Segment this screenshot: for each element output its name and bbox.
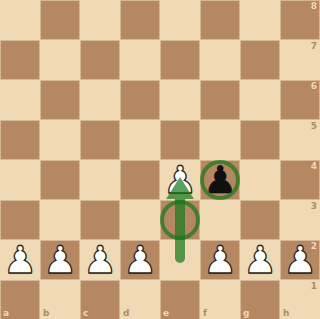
square-b8[interactable] bbox=[40, 0, 80, 40]
square-h4[interactable]: 4 bbox=[280, 160, 320, 200]
square-f6[interactable] bbox=[200, 80, 240, 120]
square-e8[interactable] bbox=[160, 0, 200, 40]
square-d8[interactable] bbox=[120, 0, 160, 40]
square-c4[interactable] bbox=[80, 160, 120, 200]
square-e3[interactable] bbox=[160, 200, 200, 240]
square-g4[interactable] bbox=[240, 160, 280, 200]
square-b1[interactable]: b bbox=[40, 280, 80, 319]
rank-label-5: 5 bbox=[311, 122, 317, 131]
square-e4[interactable]: ♟ bbox=[160, 160, 200, 200]
square-h3[interactable]: 3 bbox=[280, 200, 320, 240]
file-label-c: c bbox=[83, 309, 88, 318]
square-e5[interactable] bbox=[160, 120, 200, 160]
square-g1[interactable]: g bbox=[240, 280, 280, 319]
rank-label-3: 3 bbox=[311, 202, 317, 211]
square-a7[interactable] bbox=[0, 40, 40, 80]
square-d5[interactable] bbox=[120, 120, 160, 160]
square-g2[interactable]: ♟ bbox=[240, 240, 280, 280]
square-f3[interactable] bbox=[200, 200, 240, 240]
chess-board: 8765♟♟43♟♟♟♟♟♟2♟abcdefgh1 bbox=[0, 0, 320, 319]
square-g3[interactable] bbox=[240, 200, 280, 240]
square-h2[interactable]: 2♟ bbox=[280, 240, 320, 280]
square-a6[interactable] bbox=[0, 80, 40, 120]
square-g6[interactable] bbox=[240, 80, 280, 120]
white-pawn[interactable]: ♟ bbox=[0, 240, 40, 280]
square-c1[interactable]: c bbox=[80, 280, 120, 319]
square-f5[interactable] bbox=[200, 120, 240, 160]
square-e7[interactable] bbox=[160, 40, 200, 80]
square-e2[interactable] bbox=[160, 240, 200, 280]
square-c3[interactable] bbox=[80, 200, 120, 240]
square-f2[interactable]: ♟ bbox=[200, 240, 240, 280]
square-g5[interactable] bbox=[240, 120, 280, 160]
rank-label-6: 6 bbox=[311, 82, 317, 91]
square-a1[interactable]: a bbox=[0, 280, 40, 319]
square-b3[interactable] bbox=[40, 200, 80, 240]
square-a2[interactable]: ♟ bbox=[0, 240, 40, 280]
rank-label-1: 1 bbox=[311, 282, 317, 291]
square-a5[interactable] bbox=[0, 120, 40, 160]
square-b2[interactable]: ♟ bbox=[40, 240, 80, 280]
white-pawn[interactable]: ♟ bbox=[240, 240, 280, 280]
white-pawn[interactable]: ♟ bbox=[200, 240, 240, 280]
square-f1[interactable]: f bbox=[200, 280, 240, 319]
file-label-e: e bbox=[163, 309, 169, 318]
square-d6[interactable] bbox=[120, 80, 160, 120]
white-pawn[interactable]: ♟ bbox=[120, 240, 160, 280]
square-f4[interactable]: ♟ bbox=[200, 160, 240, 200]
rank-label-4: 4 bbox=[311, 162, 317, 171]
file-label-f: f bbox=[203, 309, 207, 318]
square-c8[interactable] bbox=[80, 0, 120, 40]
rank-label-8: 8 bbox=[311, 2, 317, 11]
white-pawn[interactable]: ♟ bbox=[280, 240, 320, 280]
black-pawn[interactable]: ♟ bbox=[200, 160, 240, 200]
file-label-d: d bbox=[123, 309, 129, 318]
square-e1[interactable]: e bbox=[160, 280, 200, 319]
square-b7[interactable] bbox=[40, 40, 80, 80]
square-a8[interactable] bbox=[0, 0, 40, 40]
square-d7[interactable] bbox=[120, 40, 160, 80]
file-label-g: g bbox=[243, 309, 249, 318]
square-h6[interactable]: 6 bbox=[280, 80, 320, 120]
file-label-h: h bbox=[283, 309, 289, 318]
square-c2[interactable]: ♟ bbox=[80, 240, 120, 280]
white-pawn[interactable]: ♟ bbox=[160, 160, 200, 200]
square-d3[interactable] bbox=[120, 200, 160, 240]
square-a3[interactable] bbox=[0, 200, 40, 240]
square-d1[interactable]: d bbox=[120, 280, 160, 319]
square-g7[interactable] bbox=[240, 40, 280, 80]
square-d4[interactable] bbox=[120, 160, 160, 200]
square-a4[interactable] bbox=[0, 160, 40, 200]
white-pawn[interactable]: ♟ bbox=[40, 240, 80, 280]
square-d2[interactable]: ♟ bbox=[120, 240, 160, 280]
square-h7[interactable]: 7 bbox=[280, 40, 320, 80]
square-c6[interactable] bbox=[80, 80, 120, 120]
square-e6[interactable] bbox=[160, 80, 200, 120]
square-b5[interactable] bbox=[40, 120, 80, 160]
square-g8[interactable] bbox=[240, 0, 280, 40]
square-c5[interactable] bbox=[80, 120, 120, 160]
rank-label-7: 7 bbox=[311, 42, 317, 51]
square-b6[interactable] bbox=[40, 80, 80, 120]
square-b4[interactable] bbox=[40, 160, 80, 200]
white-pawn[interactable]: ♟ bbox=[80, 240, 120, 280]
file-label-b: b bbox=[43, 309, 49, 318]
file-label-a: a bbox=[3, 309, 9, 318]
square-c7[interactable] bbox=[80, 40, 120, 80]
square-f7[interactable] bbox=[200, 40, 240, 80]
square-f8[interactable] bbox=[200, 0, 240, 40]
square-h5[interactable]: 5 bbox=[280, 120, 320, 160]
square-h1[interactable]: h1 bbox=[280, 280, 320, 319]
square-h8[interactable]: 8 bbox=[280, 0, 320, 40]
